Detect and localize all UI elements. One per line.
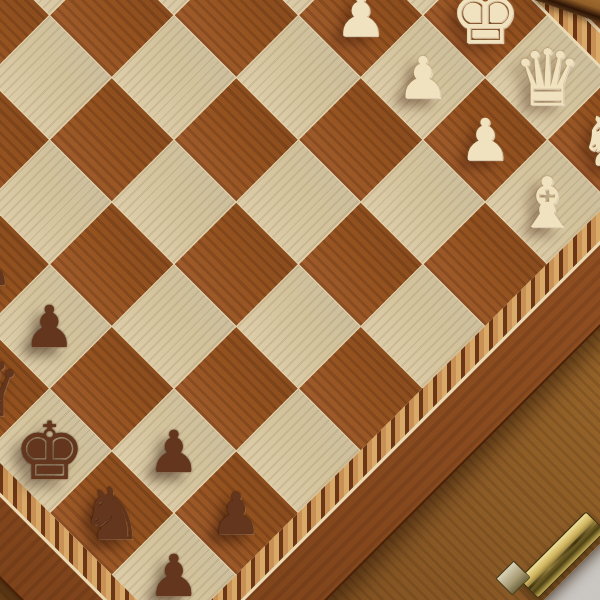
white-bishop[interactable]: ♝ [516, 167, 579, 237]
black-knight[interactable]: ♞ [80, 477, 145, 549]
black-pawn[interactable]: ♟ [148, 546, 200, 600]
black-king[interactable]: ♚ [14, 411, 86, 491]
white-king[interactable]: ♚ [449, 0, 521, 55]
black-pawn[interactable]: ♟ [210, 484, 262, 542]
white-pawn[interactable]: ♟ [335, 0, 387, 44]
white-knight[interactable]: ♞ [577, 104, 600, 176]
white-pawn[interactable]: ♟ [459, 111, 511, 169]
white-pawn[interactable]: ♟ [397, 48, 449, 106]
black-pawn[interactable]: ♟ [0, 235, 13, 293]
chess-set-photo: ♚♛♞♟♟♟♝♟♟♟♟♛♚♞♟ [0, 0, 600, 600]
white-queen[interactable]: ♛ [512, 38, 582, 116]
black-pawn[interactable]: ♟ [148, 422, 200, 480]
black-pawn[interactable]: ♟ [24, 297, 76, 355]
